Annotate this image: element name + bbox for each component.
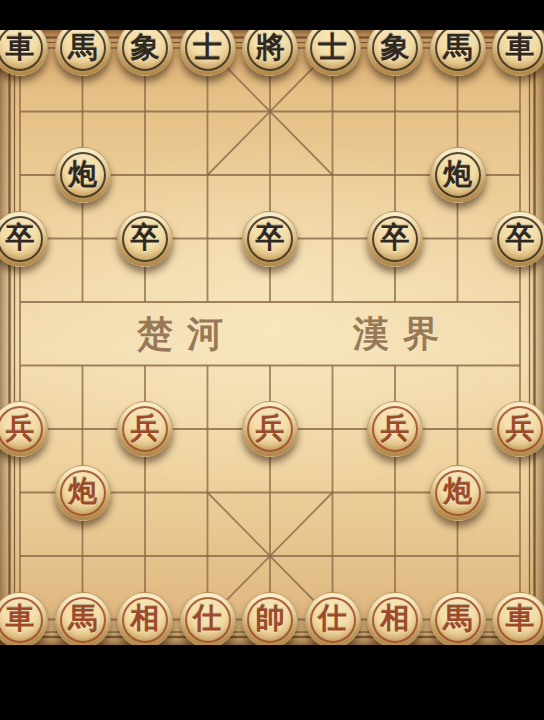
piece-ring: 象 xyxy=(122,30,168,71)
piece-red-advisor-left[interactable]: 仕 xyxy=(180,592,236,646)
piece-ring: 馬 xyxy=(435,30,481,71)
piece-character: 馬 xyxy=(68,604,97,633)
piece-ring: 馬 xyxy=(60,30,106,71)
piece-character: 將 xyxy=(256,33,285,62)
piece-red-horse-right[interactable]: 馬 xyxy=(430,592,486,646)
piece-red-soldier-2[interactable]: 兵 xyxy=(117,401,173,457)
bottom-letterbox-bar xyxy=(0,645,544,720)
piece-ring: 炮 xyxy=(435,470,481,516)
piece-character: 車 xyxy=(506,33,535,62)
piece-ring: 士 xyxy=(185,30,231,71)
piece-character: 兵 xyxy=(381,414,410,443)
piece-character: 象 xyxy=(131,33,160,62)
piece-ring: 仕 xyxy=(185,597,231,643)
xiangqi-app-screen: 楚河 漢界 車馬象士將士象馬車炮炮卒卒卒卒卒兵兵兵兵兵炮炮車馬相仕帥仕相馬車 xyxy=(0,0,544,720)
piece-ring: 兵 xyxy=(247,406,293,452)
piece-black-cannon-left[interactable]: 炮 xyxy=(55,147,111,203)
piece-black-soldier-5[interactable]: 卒 xyxy=(492,211,544,267)
piece-ring: 卒 xyxy=(372,216,418,262)
piece-ring: 相 xyxy=(122,597,168,643)
piece-red-elephant-left[interactable]: 相 xyxy=(117,592,173,646)
piece-red-cannon-left[interactable]: 炮 xyxy=(55,465,111,521)
piece-ring: 炮 xyxy=(435,152,481,198)
piece-ring: 炮 xyxy=(60,152,106,198)
piece-character: 兵 xyxy=(6,414,35,443)
piece-ring: 象 xyxy=(372,30,418,71)
piece-character: 卒 xyxy=(6,223,35,252)
piece-ring: 炮 xyxy=(60,470,106,516)
piece-character: 兵 xyxy=(256,414,285,443)
piece-ring: 將 xyxy=(247,30,293,71)
xiangqi-board[interactable]: 楚河 漢界 車馬象士將士象馬車炮炮卒卒卒卒卒兵兵兵兵兵炮炮車馬相仕帥仕相馬車 xyxy=(0,30,544,645)
piece-ring: 兵 xyxy=(122,406,168,452)
piece-character: 車 xyxy=(6,33,35,62)
piece-black-soldier-3[interactable]: 卒 xyxy=(242,211,298,267)
piece-ring: 士 xyxy=(310,30,356,71)
piece-ring: 仕 xyxy=(310,597,356,643)
piece-red-elephant-right[interactable]: 相 xyxy=(367,592,423,646)
piece-character: 帥 xyxy=(256,604,285,633)
piece-character: 卒 xyxy=(256,223,285,252)
piece-character: 兵 xyxy=(506,414,535,443)
piece-ring: 卒 xyxy=(122,216,168,262)
piece-character: 卒 xyxy=(506,223,535,252)
piece-red-cannon-right[interactable]: 炮 xyxy=(430,465,486,521)
piece-character: 卒 xyxy=(131,223,160,252)
piece-ring: 兵 xyxy=(497,406,543,452)
piece-ring: 兵 xyxy=(372,406,418,452)
piece-character: 馬 xyxy=(443,33,472,62)
piece-red-advisor-right[interactable]: 仕 xyxy=(305,592,361,646)
piece-character: 相 xyxy=(131,604,160,633)
piece-character: 炮 xyxy=(443,477,472,506)
piece-ring: 卒 xyxy=(247,216,293,262)
piece-character: 士 xyxy=(193,33,222,62)
top-letterbox-bar xyxy=(0,0,544,30)
piece-red-soldier-4[interactable]: 兵 xyxy=(367,401,423,457)
piece-ring: 車 xyxy=(497,597,543,643)
piece-ring: 相 xyxy=(372,597,418,643)
piece-character: 車 xyxy=(6,604,35,633)
piece-character: 炮 xyxy=(68,160,97,189)
piece-character: 仕 xyxy=(318,604,347,633)
river-label-han-jie: 漢界 xyxy=(339,310,453,359)
piece-red-soldier-3[interactable]: 兵 xyxy=(242,401,298,457)
piece-red-soldier-5[interactable]: 兵 xyxy=(492,401,544,457)
river-label-chu-he: 楚河 xyxy=(123,310,237,359)
piece-character: 兵 xyxy=(131,414,160,443)
piece-ring: 兵 xyxy=(0,406,43,452)
piece-character: 馬 xyxy=(68,33,97,62)
piece-ring: 車 xyxy=(0,30,43,71)
piece-character: 卒 xyxy=(381,223,410,252)
board-grid xyxy=(0,30,544,645)
piece-black-cannon-right[interactable]: 炮 xyxy=(430,147,486,203)
piece-black-soldier-4[interactable]: 卒 xyxy=(367,211,423,267)
piece-ring: 帥 xyxy=(247,597,293,643)
piece-character: 馬 xyxy=(443,604,472,633)
piece-ring: 卒 xyxy=(0,216,43,262)
piece-red-general[interactable]: 帥 xyxy=(242,592,298,646)
piece-character: 象 xyxy=(381,33,410,62)
piece-character: 炮 xyxy=(68,477,97,506)
piece-ring: 馬 xyxy=(60,597,106,643)
piece-ring: 馬 xyxy=(435,597,481,643)
piece-black-soldier-2[interactable]: 卒 xyxy=(117,211,173,267)
piece-character: 相 xyxy=(381,604,410,633)
piece-red-chariot-right[interactable]: 車 xyxy=(492,592,544,646)
piece-character: 車 xyxy=(506,604,535,633)
piece-ring: 車 xyxy=(497,30,543,71)
piece-character: 炮 xyxy=(443,160,472,189)
piece-character: 士 xyxy=(318,33,347,62)
piece-ring: 卒 xyxy=(497,216,543,262)
piece-character: 仕 xyxy=(193,604,222,633)
piece-red-horse-left[interactable]: 馬 xyxy=(55,592,111,646)
piece-ring: 車 xyxy=(0,597,43,643)
